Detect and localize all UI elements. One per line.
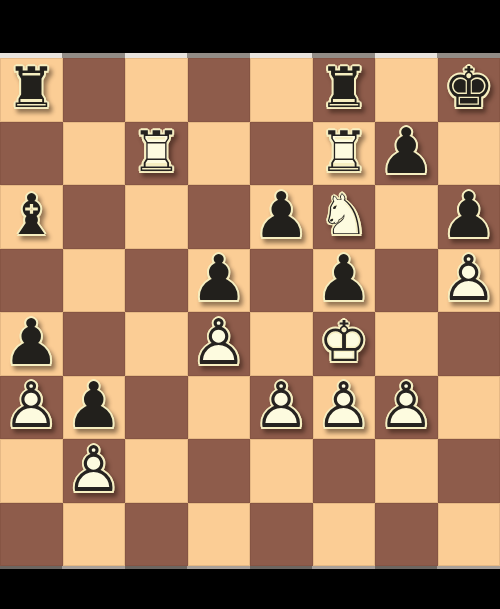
pawn-glyph-fill: ♟ <box>375 122 438 186</box>
black-king[interactable]: ♚ <box>438 58 500 122</box>
square-c1[interactable] <box>125 503 188 567</box>
chess-board: ♜♜♚♜♖♜♖♟♝♟♞♘♟♟♟♟♙♟♟♙♚♔♟♙♟♟♙♟♙♟♙♟♙ <box>0 58 500 566</box>
pawn-glyph-outline: ♙ <box>375 376 438 440</box>
pawn-glyph-outline: ♙ <box>438 249 500 313</box>
square-g8[interactable] <box>375 58 438 122</box>
square-d6[interactable] <box>188 185 251 249</box>
pawn-glyph-fill: ♟ <box>188 249 251 313</box>
square-f4[interactable]: ♚♔ <box>313 312 376 376</box>
square-a3[interactable]: ♟♙ <box>0 376 63 440</box>
square-f8[interactable]: ♜ <box>313 58 376 122</box>
black-pawn[interactable]: ♟ <box>63 376 126 440</box>
square-f5[interactable]: ♟ <box>313 249 376 313</box>
pawn-glyph-fill: ♟ <box>438 185 500 249</box>
black-pawn[interactable]: ♟ <box>375 122 438 186</box>
square-d2[interactable] <box>188 439 251 503</box>
square-b2[interactable]: ♟♙ <box>63 439 126 503</box>
square-e2[interactable] <box>250 439 313 503</box>
square-d5[interactable]: ♟ <box>188 249 251 313</box>
square-a4[interactable]: ♟ <box>0 312 63 376</box>
square-h1[interactable] <box>438 503 500 567</box>
square-h7[interactable] <box>438 122 500 186</box>
king-glyph-outline: ♔ <box>313 312 376 376</box>
square-e6[interactable]: ♟ <box>250 185 313 249</box>
square-a1[interactable] <box>0 503 63 567</box>
pawn-glyph-outline: ♙ <box>0 376 63 440</box>
square-c4[interactable] <box>125 312 188 376</box>
square-b5[interactable] <box>63 249 126 313</box>
rook-glyph-fill: ♜ <box>0 58 63 122</box>
square-e8[interactable] <box>250 58 313 122</box>
pawn-glyph-outline: ♙ <box>313 376 376 440</box>
square-c5[interactable] <box>125 249 188 313</box>
board-stage: ♜♜♚♜♖♜♖♟♝♟♞♘♟♟♟♟♙♟♟♙♚♔♟♙♟♟♙♟♙♟♙♟♙ <box>0 53 500 569</box>
square-e4[interactable] <box>250 312 313 376</box>
king-glyph-fill: ♚ <box>438 58 500 122</box>
white-pawn[interactable]: ♟♙ <box>313 376 376 440</box>
square-b1[interactable] <box>63 503 126 567</box>
white-pawn[interactable]: ♟♙ <box>0 376 63 440</box>
square-d7[interactable] <box>188 122 251 186</box>
square-h4[interactable] <box>438 312 500 376</box>
white-pawn[interactable]: ♟♙ <box>63 439 126 503</box>
square-g7[interactable]: ♟ <box>375 122 438 186</box>
white-pawn[interactable]: ♟♙ <box>438 249 500 313</box>
white-rook[interactable]: ♜♖ <box>125 122 188 186</box>
square-g3[interactable]: ♟♙ <box>375 376 438 440</box>
square-c2[interactable] <box>125 439 188 503</box>
black-bishop[interactable]: ♝ <box>0 185 63 249</box>
square-c6[interactable] <box>125 185 188 249</box>
square-a7[interactable] <box>0 122 63 186</box>
rook-glyph-outline: ♖ <box>125 122 188 186</box>
black-rook[interactable]: ♜ <box>313 58 376 122</box>
white-rook[interactable]: ♜♖ <box>313 122 376 186</box>
white-knight[interactable]: ♞♘ <box>313 185 376 249</box>
square-c7[interactable]: ♜♖ <box>125 122 188 186</box>
pawn-glyph-outline: ♙ <box>188 312 251 376</box>
square-g1[interactable] <box>375 503 438 567</box>
square-h3[interactable] <box>438 376 500 440</box>
square-b4[interactable] <box>63 312 126 376</box>
square-d3[interactable] <box>188 376 251 440</box>
bishop-glyph-fill: ♝ <box>0 185 63 249</box>
pawn-glyph-outline: ♙ <box>250 376 313 440</box>
square-b3[interactable]: ♟ <box>63 376 126 440</box>
square-f1[interactable] <box>313 503 376 567</box>
square-e3[interactable]: ♟♙ <box>250 376 313 440</box>
black-pawn[interactable]: ♟ <box>250 185 313 249</box>
square-g2[interactable] <box>375 439 438 503</box>
square-d4[interactable]: ♟♙ <box>188 312 251 376</box>
black-pawn[interactable]: ♟ <box>0 312 63 376</box>
square-g4[interactable] <box>375 312 438 376</box>
square-b7[interactable] <box>63 122 126 186</box>
black-pawn[interactable]: ♟ <box>438 185 500 249</box>
square-h2[interactable] <box>438 439 500 503</box>
square-e1[interactable] <box>250 503 313 567</box>
white-pawn[interactable]: ♟♙ <box>250 376 313 440</box>
square-e5[interactable] <box>250 249 313 313</box>
black-pawn[interactable]: ♟ <box>313 249 376 313</box>
pawn-glyph-fill: ♟ <box>250 185 313 249</box>
pawn-glyph-outline: ♙ <box>63 439 126 503</box>
square-f6[interactable]: ♞♘ <box>313 185 376 249</box>
square-c3[interactable] <box>125 376 188 440</box>
white-king[interactable]: ♚♔ <box>313 312 376 376</box>
pawn-glyph-fill: ♟ <box>0 312 63 376</box>
pawn-glyph-fill: ♟ <box>63 376 126 440</box>
square-c8[interactable] <box>125 58 188 122</box>
rook-glyph-outline: ♖ <box>313 122 376 186</box>
square-f7[interactable]: ♜♖ <box>313 122 376 186</box>
square-a5[interactable] <box>0 249 63 313</box>
square-f2[interactable] <box>313 439 376 503</box>
square-a8[interactable]: ♜ <box>0 58 63 122</box>
square-h6[interactable]: ♟ <box>438 185 500 249</box>
square-a2[interactable] <box>0 439 63 503</box>
white-pawn[interactable]: ♟♙ <box>375 376 438 440</box>
square-a6[interactable]: ♝ <box>0 185 63 249</box>
board-bottom-shadow <box>0 566 500 569</box>
square-h5[interactable]: ♟♙ <box>438 249 500 313</box>
square-e7[interactable] <box>250 122 313 186</box>
square-g5[interactable] <box>375 249 438 313</box>
rook-glyph-fill: ♜ <box>313 58 376 122</box>
white-pawn[interactable]: ♟♙ <box>188 312 251 376</box>
black-rook[interactable]: ♜ <box>0 58 63 122</box>
black-pawn[interactable]: ♟ <box>188 249 251 313</box>
knight-glyph-outline: ♘ <box>313 185 376 249</box>
square-d8[interactable] <box>188 58 251 122</box>
square-b8[interactable] <box>63 58 126 122</box>
square-d1[interactable] <box>188 503 251 567</box>
square-b6[interactable] <box>63 185 126 249</box>
square-h8[interactable]: ♚ <box>438 58 500 122</box>
pawn-glyph-fill: ♟ <box>313 249 376 313</box>
square-g6[interactable] <box>375 185 438 249</box>
square-f3[interactable]: ♟♙ <box>313 376 376 440</box>
